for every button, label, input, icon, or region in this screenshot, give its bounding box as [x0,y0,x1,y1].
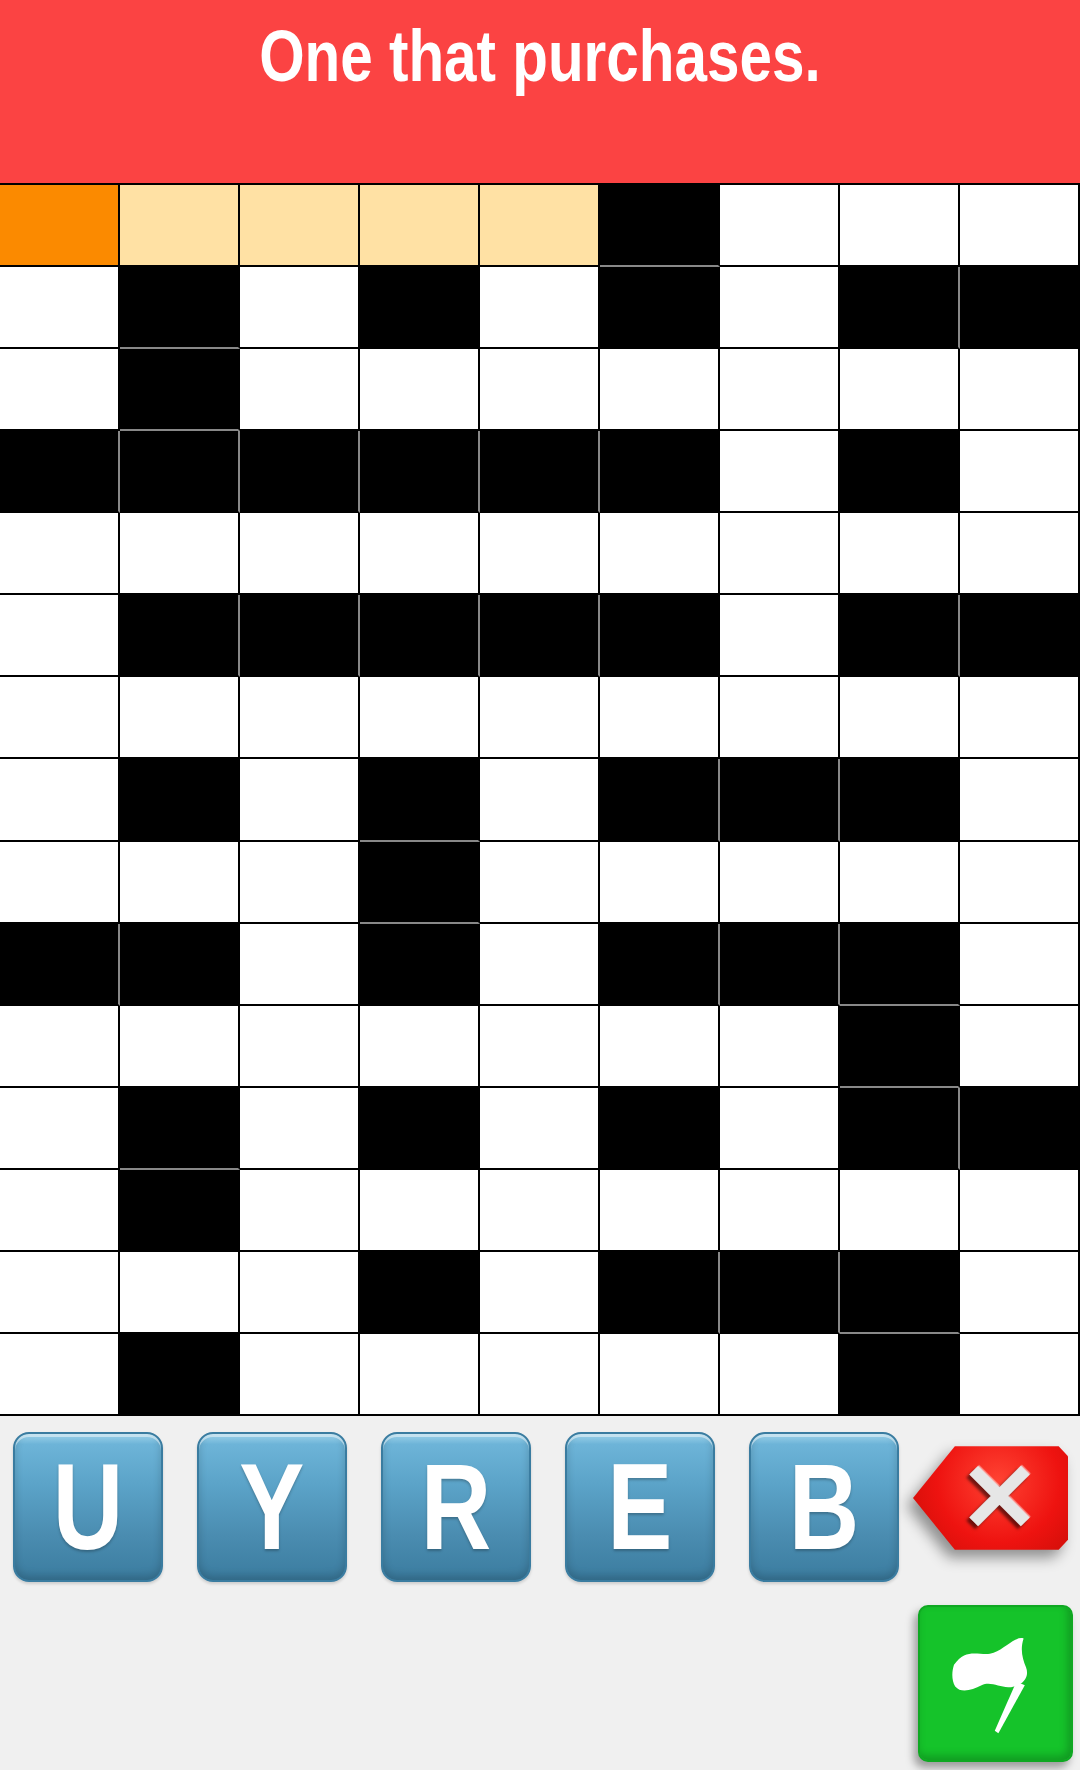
grid-cell-r6c4 [360,595,480,677]
grid-cell-r2c8 [840,267,960,349]
grid-cell-r7c5[interactable] [480,677,600,759]
grid-cell-r5c7[interactable] [720,513,840,595]
grid-cell-r12c7[interactable] [720,1088,840,1170]
grid-cell-r5c2[interactable] [120,513,240,595]
grid-cell-r1c9[interactable] [960,185,1080,267]
grid-cell-r14c8 [840,1252,960,1334]
grid-cell-r10c8 [840,924,960,1006]
clue-bar: One that purchases. [0,0,1080,183]
grid-cell-r7c6[interactable] [600,677,720,759]
grid-cell-r7c7[interactable] [720,677,840,759]
grid-cell-r1c2[interactable] [120,185,240,267]
grid-cell-r12c1[interactable] [0,1088,120,1170]
grid-cell-r10c2 [120,924,240,1006]
grid-cell-r15c4[interactable] [360,1334,480,1416]
grid-cell-r3c1[interactable] [0,349,120,431]
letter-tile-u[interactable]: U [13,1432,163,1582]
flag-icon [936,1624,1056,1744]
grid-cell-r15c3[interactable] [240,1334,360,1416]
grid-cell-r10c6 [600,924,720,1006]
grid-cell-r6c1[interactable] [0,595,120,677]
grid-cell-r6c9 [960,595,1080,677]
grid-cell-r13c4[interactable] [360,1170,480,1252]
grid-cell-r1c3[interactable] [240,185,360,267]
grid-cell-r14c6 [600,1252,720,1334]
grid-cell-r4c1 [0,431,120,513]
grid-cell-r8c6 [600,759,720,841]
grid-cell-r10c3[interactable] [240,924,360,1006]
grid-cell-r13c1[interactable] [0,1170,120,1252]
grid-cell-r2c7[interactable] [720,267,840,349]
grid-cell-r9c6[interactable] [600,842,720,924]
grid-cell-r12c9 [960,1088,1080,1170]
grid-cell-r13c9[interactable] [960,1170,1080,1252]
clue-text: One that purchases. [259,14,820,97]
flag-button[interactable] [918,1605,1073,1762]
grid-cell-r2c4 [360,267,480,349]
grid-cell-r6c6 [600,595,720,677]
letter-tile-y[interactable]: Y [197,1432,347,1582]
grid-cell-r3c7[interactable] [720,349,840,431]
grid-cell-r15c5[interactable] [480,1334,600,1416]
grid-cell-r8c2 [120,759,240,841]
grid-cell-r8c5[interactable] [480,759,600,841]
letter-tile-label: E [607,1446,672,1568]
grid-cell-r2c5[interactable] [480,267,600,349]
grid-cell-r13c3[interactable] [240,1170,360,1252]
grid-cell-r1c1[interactable] [0,185,120,267]
grid-cell-r9c8[interactable] [840,842,960,924]
letter-tile-r[interactable]: R [381,1432,531,1582]
grid-cell-r13c7[interactable] [720,1170,840,1252]
grid-cell-r8c3[interactable] [240,759,360,841]
grid-cell-r14c4 [360,1252,480,1334]
grid-cell-r11c2[interactable] [120,1006,240,1088]
grid-cell-r4c3 [240,431,360,513]
grid-cell-r4c2 [120,431,240,513]
grid-cell-r15c9[interactable] [960,1334,1080,1416]
grid-cell-r1c8[interactable] [840,185,960,267]
grid-cell-r6c3 [240,595,360,677]
grid-cell-r1c6 [600,185,720,267]
grid-cell-r5c9[interactable] [960,513,1080,595]
grid-cell-r9c5[interactable] [480,842,600,924]
grid-cell-r9c1[interactable] [0,842,120,924]
grid-cell-r11c7[interactable] [720,1006,840,1088]
grid-cell-r8c8 [840,759,960,841]
grid-cell-r2c9 [960,267,1080,349]
grid-cell-r12c5[interactable] [480,1088,600,1170]
grid-cell-r7c9[interactable] [960,677,1080,759]
grid-cell-r2c1[interactable] [0,267,120,349]
grid-cell-r8c9[interactable] [960,759,1080,841]
grid-cell-r13c5[interactable] [480,1170,600,1252]
grid-cell-r13c8[interactable] [840,1170,960,1252]
grid-cell-r5c4[interactable] [360,513,480,595]
grid-cell-r5c1[interactable] [0,513,120,595]
grid-cell-r5c6[interactable] [600,513,720,595]
grid-cell-r12c4 [360,1088,480,1170]
grid-cell-r2c2 [120,267,240,349]
grid-cell-r11c6[interactable] [600,1006,720,1088]
grid-cell-r8c4 [360,759,480,841]
grid-cell-r9c4 [360,842,480,924]
backspace-arrow-shape: ✕ [913,1443,1068,1553]
grid-cell-r13c6[interactable] [600,1170,720,1252]
grid-cell-r3c2 [120,349,240,431]
grid-cell-r4c5 [480,431,600,513]
bottom-tray: UYREB ✕ [0,1416,1080,1770]
grid-cell-r6c8 [840,595,960,677]
grid-cell-r8c7 [720,759,840,841]
grid-cell-r8c1[interactable] [0,759,120,841]
grid-cell-r15c6[interactable] [600,1334,720,1416]
grid-cell-r1c5[interactable] [480,185,600,267]
grid-cell-r5c5[interactable] [480,513,600,595]
letter-tile-label: R [421,1446,491,1568]
grid-cell-r12c8 [840,1088,960,1170]
grid-cell-r7c2[interactable] [120,677,240,759]
grid-cell-r11c9[interactable] [960,1006,1080,1088]
grid-cell-r11c5[interactable] [480,1006,600,1088]
grid-cell-r9c2[interactable] [120,842,240,924]
grid-cell-r13c2 [120,1170,240,1252]
grid-cell-r3c6[interactable] [600,349,720,431]
grid-cell-r7c8[interactable] [840,677,960,759]
grid-cell-r15c7[interactable] [720,1334,840,1416]
grid-cell-r12c2 [120,1088,240,1170]
grid-cell-r14c7 [720,1252,840,1334]
grid-cell-r4c6 [600,431,720,513]
grid-cell-r4c4 [360,431,480,513]
grid-cell-r11c1[interactable] [0,1006,120,1088]
grid-cell-r14c3[interactable] [240,1252,360,1334]
letter-tile-e[interactable]: E [565,1432,715,1582]
grid-cell-r5c3[interactable] [240,513,360,595]
letter-tile-label: U [53,1446,123,1568]
grid-cell-r6c5 [480,595,600,677]
grid-cell-r4c8 [840,431,960,513]
grid-cell-r10c5[interactable] [480,924,600,1006]
grid-cell-r10c7 [720,924,840,1006]
grid-cell-r7c4[interactable] [360,677,480,759]
grid-cell-r14c1[interactable] [0,1252,120,1334]
grid-cell-r11c8 [840,1006,960,1088]
grid-cell-r4c9[interactable] [960,431,1080,513]
grid-cell-r3c5[interactable] [480,349,600,431]
grid-cell-r14c9[interactable] [960,1252,1080,1334]
grid-cell-r10c9[interactable] [960,924,1080,1006]
letter-tile-label: Y [239,1446,304,1568]
grid-cell-r3c8[interactable] [840,349,960,431]
grid-cell-r14c2[interactable] [120,1252,240,1334]
grid-cell-r11c4[interactable] [360,1006,480,1088]
grid-cell-r9c7[interactable] [720,842,840,924]
grid-cell-r10c1 [0,924,120,1006]
x-icon: ✕ [959,1450,1039,1546]
grid-cell-r3c9[interactable] [960,349,1080,431]
grid-cell-r9c9[interactable] [960,842,1080,924]
grid-cell-r15c1[interactable] [0,1334,120,1416]
grid-cell-r14c5[interactable] [480,1252,600,1334]
grid-cell-r6c2 [120,595,240,677]
grid-cell-r12c6 [600,1088,720,1170]
grid-cell-r2c3[interactable] [240,267,360,349]
grid-cell-r15c2 [120,1334,240,1416]
grid-cell-r7c1[interactable] [0,677,120,759]
grid-cell-r5c8[interactable] [840,513,960,595]
grid-cell-r1c4[interactable] [360,185,480,267]
grid-cell-r2c6 [600,267,720,349]
grid-cell-r6c7[interactable] [720,595,840,677]
letter-tile-b[interactable]: B [749,1432,899,1582]
grid-cell-r9c3[interactable] [240,842,360,924]
grid-cell-r15c8 [840,1334,960,1416]
grid-cell-r3c4[interactable] [360,349,480,431]
grid-cell-r12c3[interactable] [240,1088,360,1170]
grid-cell-r11c3[interactable] [240,1006,360,1088]
crossword-grid [0,183,1080,1416]
grid-cell-r3c3[interactable] [240,349,360,431]
grid-cell-r1c7[interactable] [720,185,840,267]
grid-cell-r7c3[interactable] [240,677,360,759]
letter-tile-label: B [789,1446,859,1568]
grid-cell-r4c7[interactable] [720,431,840,513]
grid-cell-r10c4 [360,924,480,1006]
backspace-button[interactable]: ✕ [913,1443,1068,1553]
